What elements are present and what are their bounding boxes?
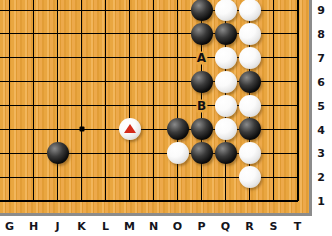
grid-line-vertical: [9, 189, 10, 201]
coord-label-bottom-S: S: [270, 221, 278, 232]
intersection-K5[interactable]: [70, 94, 94, 118]
grid-line-vertical: [273, 118, 274, 142]
intersection-T5[interactable]: [286, 94, 310, 118]
grid-line-vertical: [57, 0, 58, 22]
grid-line-horizontal: [0, 33, 22, 34]
grid-line-vertical: [153, 94, 154, 118]
intersection-P7[interactable]: A: [190, 46, 214, 70]
grid-line-vertical: [129, 141, 130, 165]
grid-line-vertical: [177, 22, 178, 46]
white-stone-M4[interactable]: [119, 118, 141, 140]
white-stone-R3[interactable]: [239, 142, 261, 164]
grid-line-vertical: [153, 46, 154, 70]
intersection-G7[interactable]: [0, 46, 22, 70]
intersection-O7[interactable]: [166, 46, 190, 70]
intersection-L3[interactable]: [94, 141, 118, 165]
grid-line-vertical: [297, 165, 299, 189]
grid-line-vertical: [177, 0, 178, 22]
black-stone-P4[interactable]: [191, 118, 213, 140]
grid-line-vertical: [57, 189, 58, 201]
intersection-L4[interactable]: [94, 118, 118, 142]
intersection-L2[interactable]: [94, 165, 118, 189]
intersection-K7[interactable]: [70, 46, 94, 70]
grid-line-horizontal: [0, 200, 22, 202]
white-stone-R8[interactable]: [239, 23, 261, 45]
intersection-G6[interactable]: [0, 70, 22, 94]
black-stone-R4[interactable]: [239, 118, 261, 140]
go-board: AB: [0, 0, 312, 216]
intersection-Q6[interactable]: [214, 70, 238, 94]
grid-line-vertical: [129, 22, 130, 46]
grid-line-vertical: [129, 70, 130, 94]
grid-line-vertical: [225, 165, 226, 189]
grid-line-vertical: [33, 141, 34, 165]
intersection-R6[interactable]: [238, 70, 262, 94]
intersection-H1[interactable]: [22, 189, 46, 213]
intersection-J9[interactable]: [46, 0, 70, 22]
intersection-O4[interactable]: [166, 118, 190, 142]
grid-line-vertical: [57, 70, 58, 94]
intersection-N1[interactable]: [142, 189, 166, 213]
intersection-K3[interactable]: [70, 141, 94, 165]
grid-line-vertical: [9, 0, 10, 22]
coord-label-bottom-H: H: [29, 221, 38, 232]
coord-label-right-3: 3: [317, 148, 325, 159]
black-stone-Q8[interactable]: [215, 23, 237, 45]
intersection-H4[interactable]: [22, 118, 46, 142]
coord-label-right-5: 5: [317, 100, 325, 111]
grid-line-horizontal: [0, 81, 22, 82]
black-stone-O4[interactable]: [167, 118, 189, 140]
grid-line-vertical: [225, 189, 226, 201]
point-label-A: A: [196, 51, 207, 64]
grid-line-horizontal: [0, 10, 22, 11]
grid-line-vertical: [33, 165, 34, 189]
intersection-L1[interactable]: [94, 189, 118, 213]
white-stone-Q4[interactable]: [215, 118, 237, 140]
intersection-N3[interactable]: [142, 141, 166, 165]
grid-line-vertical: [273, 94, 274, 118]
black-stone-P3[interactable]: [191, 142, 213, 164]
coord-label-bottom-N: N: [149, 221, 158, 232]
grid-line-vertical: [297, 118, 299, 142]
grid-line-horizontal: [0, 153, 22, 154]
grid-line-vertical: [273, 22, 274, 46]
intersection-Q8[interactable]: [214, 22, 238, 46]
intersection-O6[interactable]: [166, 70, 190, 94]
black-stone-P9[interactable]: [191, 0, 213, 21]
grid-line-vertical: [33, 46, 34, 70]
intersection-P2[interactable]: [190, 165, 214, 189]
intersection-J5[interactable]: [46, 94, 70, 118]
grid-line-vertical: [33, 0, 34, 22]
grid-line-vertical: [9, 70, 10, 94]
intersection-P3[interactable]: [190, 141, 214, 165]
intersection-G5[interactable]: [0, 94, 22, 118]
intersection-T2[interactable]: [286, 165, 310, 189]
intersection-Q3[interactable]: [214, 141, 238, 165]
intersection-K6[interactable]: [70, 70, 94, 94]
black-stone-P8[interactable]: [191, 23, 213, 45]
intersection-J2[interactable]: [46, 165, 70, 189]
coord-label-right-6: 6: [317, 76, 325, 87]
intersection-G8[interactable]: [0, 22, 22, 46]
go-app-window: AB GHJKLMNOPQRST 987654321: [0, 0, 332, 236]
grid-line-vertical: [177, 165, 178, 189]
grid-line-vertical: [297, 22, 299, 46]
grid-line-vertical: [153, 118, 154, 142]
grid-line-vertical: [297, 46, 299, 70]
intersection-H7[interactable]: [22, 46, 46, 70]
grid-line-vertical: [81, 141, 82, 165]
intersection-O1[interactable]: [166, 189, 190, 213]
grid-line-horizontal: [0, 177, 22, 178]
coord-label-right-8: 8: [317, 28, 325, 39]
grid-line-vertical: [129, 46, 130, 70]
coord-label-bottom-M: M: [124, 221, 135, 232]
intersection-T3[interactable]: [286, 141, 310, 165]
grid-line-vertical: [297, 70, 299, 94]
grid-line-vertical: [81, 0, 82, 22]
grid-line-horizontal: [0, 105, 22, 106]
grid-line-vertical: [129, 94, 130, 118]
grid-line-vertical: [33, 118, 34, 142]
intersection-H3[interactable]: [22, 141, 46, 165]
intersection-J8[interactable]: [46, 22, 70, 46]
intersection-R5[interactable]: [238, 94, 262, 118]
coord-label-right-7: 7: [317, 52, 325, 63]
intersection-M6[interactable]: [118, 70, 142, 94]
intersection-K1[interactable]: [70, 189, 94, 213]
intersection-Q2[interactable]: [214, 165, 238, 189]
grid-line-vertical: [297, 141, 299, 165]
intersection-M2[interactable]: [118, 165, 142, 189]
grid-line-horizontal: [0, 129, 22, 130]
intersection-S8[interactable]: [262, 22, 286, 46]
intersection-G4[interactable]: [0, 118, 22, 142]
grid-line-vertical: [153, 165, 154, 189]
grid-line-vertical: [57, 22, 58, 46]
grid-line-vertical: [273, 70, 274, 94]
grid-line-vertical: [177, 189, 178, 201]
intersection-J1[interactable]: [46, 189, 70, 213]
grid-line-vertical: [81, 189, 82, 201]
grid-line-vertical: [9, 46, 10, 70]
grid-line-vertical: [105, 0, 106, 22]
intersection-T9[interactable]: [286, 0, 310, 22]
intersection-L7[interactable]: [94, 46, 118, 70]
coord-label-right-1: 1: [317, 196, 325, 207]
intersection-N7[interactable]: [142, 46, 166, 70]
white-stone-Q7[interactable]: [215, 47, 237, 69]
intersection-S9[interactable]: [262, 0, 286, 22]
star-point-K4: [79, 127, 84, 132]
intersection-G2[interactable]: [0, 165, 22, 189]
coord-label-bottom-R: R: [245, 221, 253, 232]
coord-label-bottom-T: T: [294, 221, 302, 232]
intersection-H9[interactable]: [22, 0, 46, 22]
intersection-S2[interactable]: [262, 165, 286, 189]
grid-line-vertical: [9, 22, 10, 46]
grid-line-vertical: [297, 189, 299, 201]
coord-label-right-9: 9: [317, 5, 325, 16]
intersection-H6[interactable]: [22, 70, 46, 94]
intersection-N8[interactable]: [142, 22, 166, 46]
grid-line-vertical: [201, 189, 202, 201]
intersection-T8[interactable]: [286, 22, 310, 46]
intersection-S7[interactable]: [262, 46, 286, 70]
grid-line-vertical: [33, 70, 34, 94]
intersection-S3[interactable]: [262, 141, 286, 165]
intersection-N9[interactable]: [142, 0, 166, 22]
grid-line-vertical: [9, 118, 10, 142]
white-stone-R5[interactable]: [239, 95, 261, 117]
intersection-K8[interactable]: [70, 22, 94, 46]
grid-line-vertical: [177, 46, 178, 70]
black-stone-Q3[interactable]: [215, 142, 237, 164]
coord-label-bottom-P: P: [197, 221, 205, 232]
grid-line-vertical: [57, 94, 58, 118]
grid-line-vertical: [105, 141, 106, 165]
grid-line-vertical: [273, 165, 274, 189]
grid-line-vertical: [129, 0, 130, 22]
grid-line-vertical: [273, 189, 274, 201]
black-stone-J3[interactable]: [47, 142, 69, 164]
intersection-Q7[interactable]: [214, 46, 238, 70]
grid-line-vertical: [105, 189, 106, 201]
intersection-M9[interactable]: [118, 0, 142, 22]
intersection-L8[interactable]: [94, 22, 118, 46]
intersection-T7[interactable]: [286, 46, 310, 70]
grid-line-vertical: [57, 165, 58, 189]
grid-line-vertical: [129, 165, 130, 189]
intersection-O8[interactable]: [166, 22, 190, 46]
intersection-M7[interactable]: [118, 46, 142, 70]
intersection-H2[interactable]: [22, 165, 46, 189]
coord-label-bottom-O: O: [173, 221, 182, 232]
grid-line-horizontal: [0, 57, 22, 58]
grid-line-vertical: [105, 22, 106, 46]
intersection-R8[interactable]: [238, 22, 262, 46]
intersection-M1[interactable]: [118, 189, 142, 213]
intersection-L5[interactable]: [94, 94, 118, 118]
intersection-Q1[interactable]: [214, 189, 238, 213]
intersection-P1[interactable]: [190, 189, 214, 213]
intersection-P6[interactable]: [190, 70, 214, 94]
intersection-K4[interactable]: [70, 118, 94, 142]
intersection-P4[interactable]: [190, 118, 214, 142]
intersection-J7[interactable]: [46, 46, 70, 70]
intersection-O3[interactable]: [166, 141, 190, 165]
white-stone-R2[interactable]: [239, 166, 261, 188]
intersection-K9[interactable]: [70, 0, 94, 22]
intersection-R9[interactable]: [238, 0, 262, 22]
intersection-S1[interactable]: [262, 189, 286, 213]
grid-line-vertical: [33, 22, 34, 46]
intersection-G9[interactable]: [0, 0, 22, 22]
intersection-J3[interactable]: [46, 141, 70, 165]
grid-line-vertical: [57, 46, 58, 70]
intersection-J6[interactable]: [46, 70, 70, 94]
white-stone-R9[interactable]: [239, 0, 261, 21]
intersection-Q4[interactable]: [214, 118, 238, 142]
grid-line-vertical: [81, 94, 82, 118]
grid-line-vertical: [9, 141, 10, 165]
intersection-M8[interactable]: [118, 22, 142, 46]
grid-line-vertical: [201, 165, 202, 189]
intersection-J4[interactable]: [46, 118, 70, 142]
intersection-P8[interactable]: [190, 22, 214, 46]
white-stone-R7[interactable]: [239, 47, 261, 69]
grid-line-vertical: [33, 189, 34, 201]
intersection-M5[interactable]: [118, 94, 142, 118]
intersection-Q9[interactable]: [214, 0, 238, 22]
intersection-T6[interactable]: [286, 70, 310, 94]
grid-line-vertical: [81, 46, 82, 70]
grid-line-vertical: [153, 189, 154, 201]
intersection-R1[interactable]: [238, 189, 262, 213]
black-stone-R6[interactable]: [239, 71, 261, 93]
grid-line-vertical: [81, 70, 82, 94]
intersection-L6[interactable]: [94, 70, 118, 94]
grid-line-vertical: [81, 165, 82, 189]
grid-line-vertical: [105, 165, 106, 189]
intersection-R3[interactable]: [238, 141, 262, 165]
white-stone-Q6[interactable]: [215, 71, 237, 93]
triangle-marker-icon: [124, 124, 136, 133]
intersection-R7[interactable]: [238, 46, 262, 70]
grid-line-vertical: [297, 0, 299, 22]
intersection-P9[interactable]: [190, 0, 214, 22]
black-stone-P6[interactable]: [191, 71, 213, 93]
intersection-T4[interactable]: [286, 118, 310, 142]
coord-label-bottom-K: K: [77, 221, 86, 232]
coord-label-right-4: 4: [317, 124, 325, 135]
grid-line-vertical: [249, 189, 250, 201]
coord-label-bottom-L: L: [102, 221, 109, 232]
coord-label-bottom-G: G: [5, 221, 14, 232]
grid-line-vertical: [177, 94, 178, 118]
grid-line-vertical: [153, 22, 154, 46]
intersection-O5[interactable]: [166, 94, 190, 118]
go-board-grid: AB: [0, 0, 310, 213]
grid-line-vertical: [57, 118, 58, 142]
grid-line-vertical: [9, 165, 10, 189]
intersection-T1[interactable]: [286, 189, 310, 213]
intersection-K2[interactable]: [70, 165, 94, 189]
intersection-G1[interactable]: [0, 189, 22, 213]
grid-line-vertical: [105, 118, 106, 142]
grid-line-vertical: [273, 46, 274, 70]
grid-line-vertical: [105, 70, 106, 94]
grid-line-vertical: [273, 0, 274, 22]
intersection-L9[interactable]: [94, 0, 118, 22]
intersection-N6[interactable]: [142, 70, 166, 94]
intersection-N2[interactable]: [142, 165, 166, 189]
intersection-N5[interactable]: [142, 94, 166, 118]
intersection-O9[interactable]: [166, 0, 190, 22]
grid-line-vertical: [153, 141, 154, 165]
intersection-N4[interactable]: [142, 118, 166, 142]
intersection-H5[interactable]: [22, 94, 46, 118]
intersection-P5[interactable]: B: [190, 94, 214, 118]
intersection-S6[interactable]: [262, 70, 286, 94]
grid-line-vertical: [9, 94, 10, 118]
grid-line-vertical: [105, 46, 106, 70]
grid-line-vertical: [105, 94, 106, 118]
intersection-M4[interactable]: [118, 118, 142, 142]
grid-line-vertical: [297, 94, 299, 118]
grid-line-vertical: [177, 70, 178, 94]
intersection-H8[interactable]: [22, 22, 46, 46]
intersection-G3[interactable]: [0, 141, 22, 165]
coord-label-bottom-Q: Q: [221, 221, 230, 232]
intersection-R2[interactable]: [238, 165, 262, 189]
grid-line-vertical: [153, 0, 154, 22]
grid-line-vertical: [273, 141, 274, 165]
grid-line-vertical: [129, 189, 130, 201]
intersection-Q5[interactable]: [214, 94, 238, 118]
white-stone-Q9[interactable]: [215, 0, 237, 21]
grid-line-vertical: [33, 94, 34, 118]
point-label-B: B: [196, 99, 207, 112]
coord-label-bottom-J: J: [55, 221, 59, 232]
grid-line-vertical: [81, 22, 82, 46]
intersection-S4[interactable]: [262, 118, 286, 142]
coord-label-right-2: 2: [317, 172, 325, 183]
intersection-R4[interactable]: [238, 118, 262, 142]
grid-line-vertical: [153, 70, 154, 94]
intersection-O2[interactable]: [166, 165, 190, 189]
white-stone-O3[interactable]: [167, 142, 189, 164]
white-stone-Q5[interactable]: [215, 95, 237, 117]
intersection-M3[interactable]: [118, 141, 142, 165]
intersection-S5[interactable]: [262, 94, 286, 118]
